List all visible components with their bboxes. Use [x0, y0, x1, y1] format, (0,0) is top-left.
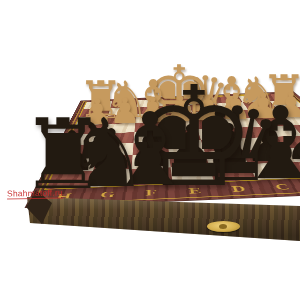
square-g8: [88, 169, 131, 187]
file-label-g: G: [84, 189, 129, 200]
board-3d-scene: 12345678 HGFEDCBA: [0, 0, 300, 300]
file-label-d: D: [215, 184, 262, 195]
square-e8: [170, 166, 214, 184]
chess-board: 12345678 HGFEDCBA: [26, 91, 300, 207]
square-f8: [130, 167, 172, 185]
file-label-f: F: [129, 187, 174, 198]
brass-clasp: [207, 221, 240, 232]
board-squares: [46, 94, 300, 189]
file-label-e: E: [173, 186, 219, 197]
watermark: Shahmatoff.ru: [7, 188, 63, 200]
file-label-c: C: [258, 182, 300, 193]
chess-set-photo: 12345678 HGFEDCBA ♜♞♝♛♚♝♞♜♟♟♟♟♟♟♟♟♟♟♟♟♟♟…: [0, 0, 300, 300]
